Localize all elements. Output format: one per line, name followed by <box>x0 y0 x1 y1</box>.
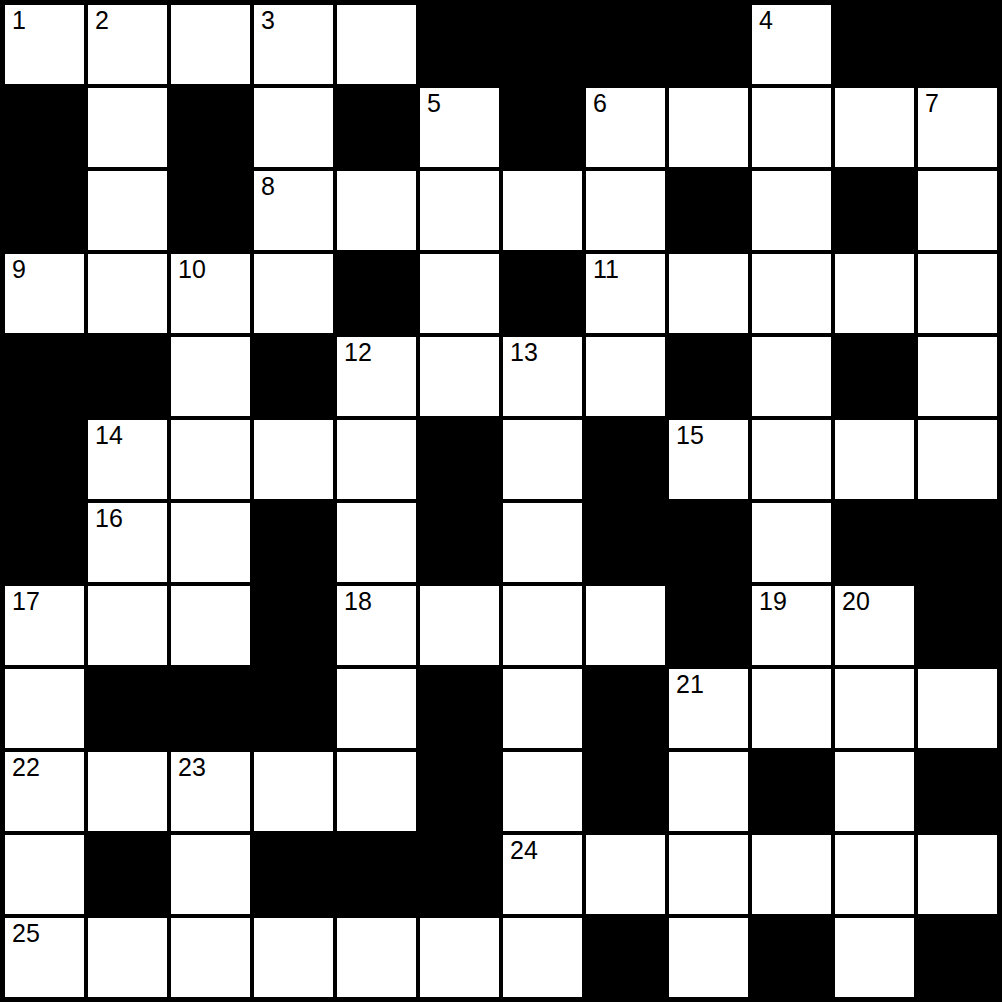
block-cell <box>918 586 997 665</box>
block-cell <box>918 752 997 831</box>
letter-cell[interactable] <box>586 586 665 665</box>
letter-cell[interactable]: 22 <box>5 752 84 831</box>
clue-number: 25 <box>12 920 40 948</box>
letter-cell[interactable] <box>752 254 831 333</box>
letter-cell[interactable]: 2 <box>88 5 167 84</box>
letter-cell[interactable]: 24 <box>503 835 582 914</box>
letter-cell[interactable] <box>171 5 250 84</box>
letter-cell[interactable] <box>420 586 499 665</box>
block-cell <box>171 171 250 250</box>
letter-cell[interactable] <box>420 918 499 997</box>
letter-cell[interactable] <box>752 420 831 499</box>
letter-cell[interactable] <box>503 171 582 250</box>
block-cell <box>337 88 416 167</box>
letter-cell[interactable] <box>752 503 831 582</box>
letter-cell[interactable]: 15 <box>669 420 748 499</box>
block-cell <box>254 669 333 748</box>
letter-cell[interactable] <box>337 669 416 748</box>
letter-cell[interactable] <box>503 752 582 831</box>
letter-cell[interactable] <box>586 835 665 914</box>
letter-cell[interactable] <box>88 171 167 250</box>
block-cell <box>88 669 167 748</box>
letter-cell[interactable] <box>503 586 582 665</box>
block-cell <box>835 503 914 582</box>
letter-cell[interactable] <box>752 835 831 914</box>
letter-cell[interactable] <box>88 752 167 831</box>
letter-cell[interactable] <box>254 420 333 499</box>
letter-cell[interactable]: 18 <box>337 586 416 665</box>
letter-cell[interactable] <box>835 752 914 831</box>
letter-cell[interactable] <box>503 918 582 997</box>
block-cell <box>420 752 499 831</box>
letter-cell[interactable]: 4 <box>752 5 831 84</box>
clue-number: 5 <box>427 90 441 118</box>
letter-cell[interactable] <box>171 420 250 499</box>
block-cell <box>503 254 582 333</box>
letter-cell[interactable]: 10 <box>171 254 250 333</box>
letter-cell[interactable] <box>835 420 914 499</box>
clue-number: 8 <box>261 173 275 201</box>
letter-cell[interactable] <box>171 835 250 914</box>
block-cell <box>503 5 582 84</box>
block-cell <box>420 5 499 84</box>
block-cell <box>420 503 499 582</box>
letter-cell[interactable] <box>503 420 582 499</box>
letter-cell[interactable] <box>669 835 748 914</box>
block-cell <box>254 586 333 665</box>
block-cell <box>835 171 914 250</box>
block-cell <box>586 420 665 499</box>
clue-number: 4 <box>759 7 773 35</box>
letter-cell[interactable]: 20 <box>835 586 914 665</box>
letter-cell[interactable] <box>918 669 997 748</box>
block-cell <box>752 752 831 831</box>
letter-cell[interactable]: 16 <box>88 503 167 582</box>
letter-cell[interactable] <box>337 503 416 582</box>
letter-cell[interactable] <box>918 254 997 333</box>
letter-cell[interactable] <box>420 254 499 333</box>
block-cell <box>918 5 997 84</box>
clue-number: 21 <box>676 671 704 699</box>
letter-cell[interactable] <box>88 586 167 665</box>
letter-cell[interactable] <box>918 420 997 499</box>
clue-number: 1 <box>12 7 26 35</box>
letter-cell[interactable]: 21 <box>669 669 748 748</box>
block-cell <box>5 337 84 416</box>
clue-number: 16 <box>95 505 123 533</box>
block-cell <box>586 5 665 84</box>
letter-cell[interactable]: 12 <box>337 337 416 416</box>
letter-cell[interactable]: 7 <box>918 88 997 167</box>
block-cell <box>918 503 997 582</box>
letter-cell[interactable]: 5 <box>420 88 499 167</box>
letter-cell[interactable]: 14 <box>88 420 167 499</box>
block-cell <box>669 171 748 250</box>
letter-cell[interactable] <box>254 88 333 167</box>
clue-number: 10 <box>178 256 206 284</box>
letter-cell[interactable]: 3 <box>254 5 333 84</box>
block-cell <box>5 503 84 582</box>
crossword-grid: 1234567891011121314151617181920212223242… <box>0 0 1002 1002</box>
block-cell <box>503 88 582 167</box>
clue-number: 12 <box>344 339 372 367</box>
clue-number: 6 <box>593 90 607 118</box>
letter-cell[interactable] <box>171 918 250 997</box>
clue-number: 22 <box>12 754 40 782</box>
block-cell <box>669 337 748 416</box>
letter-cell[interactable] <box>835 88 914 167</box>
letter-cell[interactable] <box>5 835 84 914</box>
letter-cell[interactable] <box>171 337 250 416</box>
letter-cell[interactable] <box>88 88 167 167</box>
letter-cell[interactable] <box>752 171 831 250</box>
block-cell <box>420 835 499 914</box>
letter-cell[interactable] <box>5 669 84 748</box>
letter-cell[interactable] <box>835 254 914 333</box>
block-cell <box>835 337 914 416</box>
letter-cell[interactable] <box>669 752 748 831</box>
block-cell <box>171 88 250 167</box>
block-cell <box>835 5 914 84</box>
letter-cell[interactable] <box>420 337 499 416</box>
letter-cell[interactable]: 6 <box>586 88 665 167</box>
letter-cell[interactable]: 19 <box>752 586 831 665</box>
letter-cell[interactable] <box>918 337 997 416</box>
letter-cell[interactable]: 25 <box>5 918 84 997</box>
block-cell <box>669 503 748 582</box>
block-cell <box>337 254 416 333</box>
block-cell <box>88 835 167 914</box>
block-cell <box>420 420 499 499</box>
letter-cell[interactable]: 11 <box>586 254 665 333</box>
clue-number: 3 <box>261 7 275 35</box>
letter-cell[interactable] <box>171 503 250 582</box>
block-cell <box>420 669 499 748</box>
block-cell <box>586 918 665 997</box>
clue-number: 11 <box>593 256 619 284</box>
block-cell <box>669 586 748 665</box>
block-cell <box>337 835 416 914</box>
letter-cell[interactable] <box>88 918 167 997</box>
clue-number: 15 <box>676 422 704 450</box>
letter-cell[interactable] <box>586 171 665 250</box>
block-cell <box>171 669 250 748</box>
clue-number: 24 <box>510 837 538 865</box>
block-cell <box>88 337 167 416</box>
letter-cell[interactable] <box>503 503 582 582</box>
clue-number: 20 <box>842 588 870 616</box>
letter-cell[interactable] <box>669 918 748 997</box>
letter-cell[interactable] <box>752 669 831 748</box>
block-cell <box>254 337 333 416</box>
block-cell <box>5 171 84 250</box>
block-cell <box>669 5 748 84</box>
letter-cell[interactable] <box>171 586 250 665</box>
block-cell <box>5 88 84 167</box>
clue-number: 19 <box>759 588 787 616</box>
block-cell <box>586 752 665 831</box>
letter-cell[interactable]: 1 <box>5 5 84 84</box>
letter-cell[interactable] <box>503 669 582 748</box>
letter-cell[interactable] <box>752 337 831 416</box>
letter-cell[interactable]: 23 <box>171 752 250 831</box>
block-cell <box>586 669 665 748</box>
letter-cell[interactable] <box>337 420 416 499</box>
clue-number: 17 <box>12 588 40 616</box>
letter-cell[interactable]: 17 <box>5 586 84 665</box>
block-cell <box>918 918 997 997</box>
letter-cell[interactable] <box>918 171 997 250</box>
letter-cell[interactable] <box>835 669 914 748</box>
letter-cell[interactable] <box>835 918 914 997</box>
letter-cell[interactable] <box>918 835 997 914</box>
letter-cell[interactable] <box>254 752 333 831</box>
clue-number: 13 <box>510 339 538 367</box>
letter-cell[interactable] <box>254 918 333 997</box>
letter-cell[interactable] <box>337 171 416 250</box>
letter-cell[interactable] <box>88 254 167 333</box>
block-cell <box>752 918 831 997</box>
letter-cell[interactable] <box>337 5 416 84</box>
letter-cell[interactable] <box>420 171 499 250</box>
block-cell <box>586 503 665 582</box>
clue-number: 9 <box>12 256 26 284</box>
clue-number: 7 <box>925 90 939 118</box>
block-cell <box>5 420 84 499</box>
letter-cell[interactable] <box>337 752 416 831</box>
letter-cell[interactable] <box>337 918 416 997</box>
block-cell <box>254 835 333 914</box>
letter-cell[interactable] <box>835 835 914 914</box>
clue-number: 2 <box>95 7 109 35</box>
crossword-page: 1234567891011121314151617181920212223242… <box>0 0 1002 1002</box>
letter-cell[interactable]: 8 <box>254 171 333 250</box>
letter-cell[interactable] <box>669 254 748 333</box>
letter-cell[interactable] <box>254 254 333 333</box>
clue-number: 14 <box>95 422 123 450</box>
clue-number: 18 <box>344 588 372 616</box>
block-cell <box>254 503 333 582</box>
clue-number: 23 <box>178 754 206 782</box>
letter-cell[interactable] <box>669 88 748 167</box>
letter-cell[interactable]: 9 <box>5 254 84 333</box>
letter-cell[interactable]: 13 <box>503 337 582 416</box>
letter-cell[interactable] <box>752 88 831 167</box>
letter-cell[interactable] <box>586 337 665 416</box>
